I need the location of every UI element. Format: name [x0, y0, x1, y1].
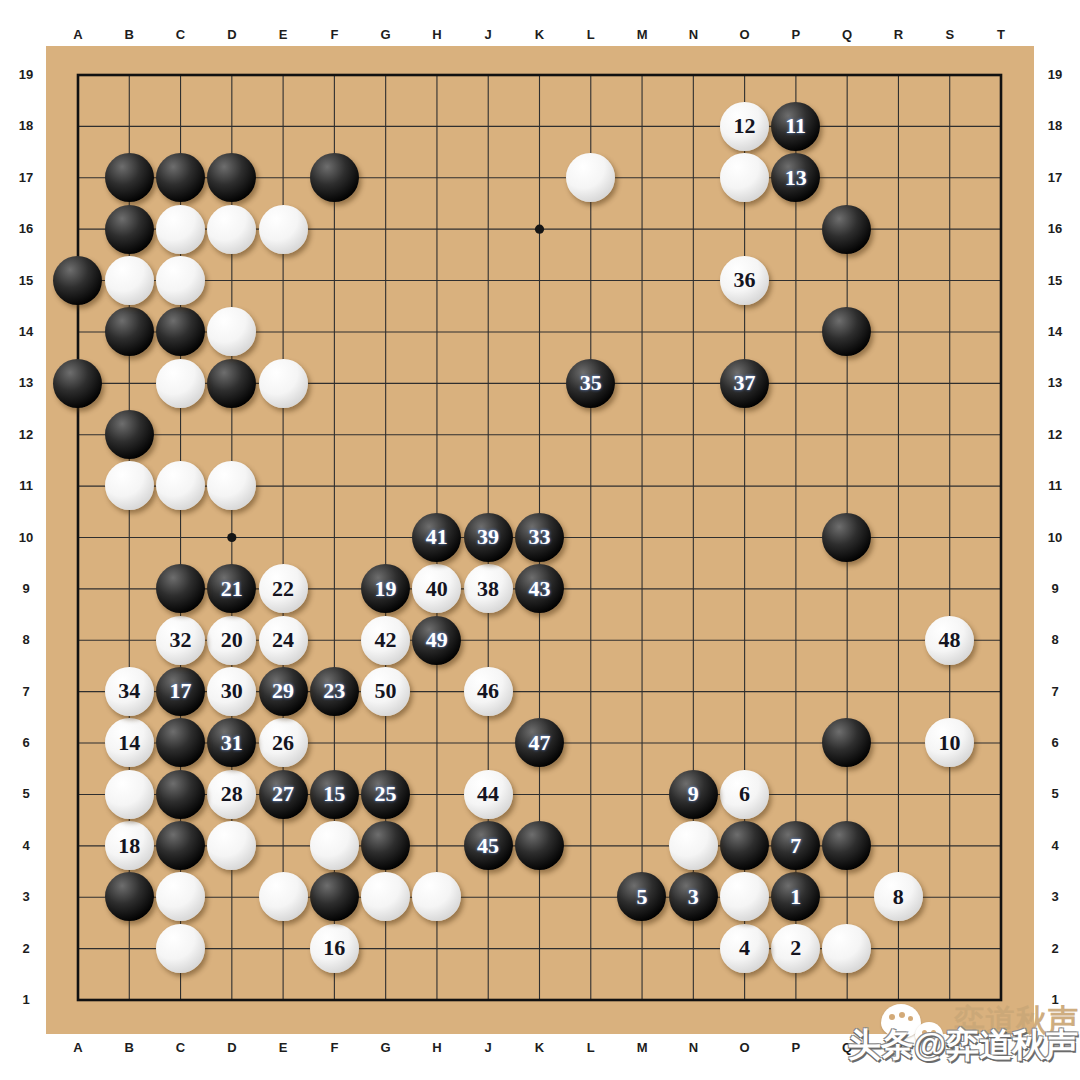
col-label-top-t: T	[991, 26, 1011, 44]
white-stone-j7[interactable]: 46	[464, 667, 513, 716]
col-label-bottom-m: M	[632, 1039, 652, 1057]
col-label-bottom-e: E	[273, 1039, 293, 1057]
black-stone-p3[interactable]: 1	[771, 872, 820, 921]
black-stone-k4[interactable]	[515, 821, 564, 870]
move-number: 23	[323, 680, 345, 702]
move-number: 28	[221, 783, 243, 805]
move-number: 41	[426, 526, 448, 548]
black-stone-p17[interactable]: 13	[771, 153, 820, 202]
move-number: 8	[893, 886, 904, 908]
move-number: 3	[688, 886, 699, 908]
move-number: 25	[375, 783, 397, 805]
white-stone-o5[interactable]: 6	[720, 770, 769, 819]
black-stone-c4[interactable]	[156, 821, 205, 870]
white-stone-e6[interactable]: 26	[259, 718, 308, 767]
col-label-bottom-s: S	[940, 1039, 960, 1057]
black-stone-e5[interactable]: 27	[259, 770, 308, 819]
white-stone-j5[interactable]: 44	[464, 770, 513, 819]
move-number: 31	[221, 732, 243, 754]
white-stone-e9[interactable]: 22	[259, 564, 308, 613]
black-stone-k10[interactable]: 33	[515, 513, 564, 562]
col-label-top-l: L	[581, 26, 601, 44]
move-number: 44	[477, 783, 499, 805]
row-label-right-8: 8	[1042, 631, 1068, 649]
move-number: 36	[733, 269, 755, 291]
row-label-right-11: 11	[1042, 477, 1068, 495]
black-stone-b12[interactable]	[105, 410, 154, 459]
white-stone-c2[interactable]	[156, 924, 205, 973]
white-stone-e13[interactable]	[259, 359, 308, 408]
col-label-top-r: R	[888, 26, 908, 44]
col-label-top-q: Q	[837, 26, 857, 44]
black-stone-k9[interactable]: 43	[515, 564, 564, 613]
white-stone-j9[interactable]: 38	[464, 564, 513, 613]
move-number: 50	[375, 680, 397, 702]
white-stone-h9[interactable]: 40	[412, 564, 461, 613]
white-stone-n4[interactable]	[669, 821, 718, 870]
white-stone-d14[interactable]	[207, 307, 256, 356]
col-label-top-m: M	[632, 26, 652, 44]
black-stone-q4[interactable]	[822, 821, 871, 870]
black-stone-g5[interactable]: 25	[361, 770, 410, 819]
row-label-right-6: 6	[1042, 734, 1068, 752]
move-number: 47	[528, 732, 550, 754]
white-stone-d8[interactable]: 20	[207, 616, 256, 665]
row-label-left-12: 12	[13, 426, 39, 444]
black-stone-c17[interactable]	[156, 153, 205, 202]
col-label-bottom-o: O	[735, 1039, 755, 1057]
white-stone-o18[interactable]: 12	[720, 102, 769, 151]
white-stone-o2[interactable]: 4	[720, 924, 769, 973]
row-label-left-16: 16	[13, 220, 39, 238]
row-label-right-5: 5	[1042, 785, 1068, 803]
black-stone-c9[interactable]	[156, 564, 205, 613]
row-label-left-15: 15	[13, 272, 39, 290]
black-stone-n3[interactable]: 3	[669, 872, 718, 921]
col-label-bottom-j: J	[478, 1039, 498, 1057]
white-stone-o15[interactable]: 36	[720, 256, 769, 305]
move-number: 6	[739, 783, 750, 805]
col-label-bottom-l: L	[581, 1039, 601, 1057]
col-label-bottom-k: K	[530, 1039, 550, 1057]
move-number: 5	[636, 886, 647, 908]
move-number: 32	[170, 629, 192, 651]
white-stone-g7[interactable]: 50	[361, 667, 410, 716]
move-number: 9	[688, 783, 699, 805]
move-number: 10	[939, 732, 961, 754]
move-number: 46	[477, 680, 499, 702]
white-stone-c11[interactable]	[156, 461, 205, 510]
black-stone-o4[interactable]	[720, 821, 769, 870]
go-board[interactable]: 1234567891011121314151617181920212223242…	[46, 46, 1034, 1034]
row-label-left-19: 19	[13, 66, 39, 84]
black-stone-b3[interactable]	[105, 872, 154, 921]
row-label-left-6: 6	[13, 734, 39, 752]
black-stone-g4[interactable]	[361, 821, 410, 870]
move-number: 17	[170, 680, 192, 702]
col-label-top-c: C	[171, 26, 191, 44]
row-label-right-17: 17	[1042, 169, 1068, 187]
white-stone-e3[interactable]	[259, 872, 308, 921]
col-label-bottom-q: Q	[837, 1039, 857, 1057]
white-stone-g8[interactable]: 42	[361, 616, 410, 665]
row-label-right-18: 18	[1042, 117, 1068, 135]
black-stone-f3[interactable]	[310, 872, 359, 921]
col-label-top-k: K	[530, 26, 550, 44]
white-stone-c16[interactable]	[156, 205, 205, 254]
move-number: 42	[375, 629, 397, 651]
row-label-left-7: 7	[13, 683, 39, 701]
move-number: 48	[939, 629, 961, 651]
move-number: 35	[580, 372, 602, 394]
move-number: 18	[118, 835, 140, 857]
white-stone-s6[interactable]: 10	[925, 718, 974, 767]
move-number: 49	[426, 629, 448, 651]
black-stone-f5[interactable]: 15	[310, 770, 359, 819]
col-label-bottom-a: A	[68, 1039, 88, 1057]
move-number: 27	[272, 783, 294, 805]
move-number: 2	[790, 937, 801, 959]
col-label-top-b: B	[119, 26, 139, 44]
row-label-left-11: 11	[13, 477, 39, 495]
white-stone-c13[interactable]	[156, 359, 205, 408]
white-stone-p2[interactable]: 2	[771, 924, 820, 973]
move-number: 13	[785, 167, 807, 189]
black-stone-a15[interactable]	[53, 256, 102, 305]
col-label-top-a: A	[68, 26, 88, 44]
black-stone-f17[interactable]	[310, 153, 359, 202]
white-stone-g3[interactable]	[361, 872, 410, 921]
row-label-right-15: 15	[1042, 272, 1068, 290]
black-stone-a13[interactable]	[53, 359, 102, 408]
col-label-top-d: D	[222, 26, 242, 44]
white-stone-d5[interactable]: 28	[207, 770, 256, 819]
col-label-top-g: G	[376, 26, 396, 44]
move-number: 37	[733, 372, 755, 394]
move-number: 12	[733, 115, 755, 137]
row-label-left-3: 3	[13, 888, 39, 906]
col-label-bottom-f: F	[324, 1039, 344, 1057]
move-number: 19	[375, 578, 397, 600]
black-stone-b14[interactable]	[105, 307, 154, 356]
white-stone-b15[interactable]	[105, 256, 154, 305]
move-number: 34	[118, 680, 140, 702]
move-number: 22	[272, 578, 294, 600]
black-stone-d17[interactable]	[207, 153, 256, 202]
row-label-right-9: 9	[1042, 580, 1068, 598]
black-stone-c5[interactable]	[156, 770, 205, 819]
row-label-right-16: 16	[1042, 220, 1068, 238]
move-number: 38	[477, 578, 499, 600]
black-stone-e7[interactable]: 29	[259, 667, 308, 716]
black-stone-c14[interactable]	[156, 307, 205, 356]
col-label-bottom-d: D	[222, 1039, 242, 1057]
go-diagram-page: 1234567891011121314151617181920212223242…	[0, 0, 1080, 1080]
white-stone-c15[interactable]	[156, 256, 205, 305]
row-label-right-2: 2	[1042, 940, 1068, 958]
col-label-bottom-h: H	[427, 1039, 447, 1057]
move-number: 14	[118, 732, 140, 754]
black-stone-d13[interactable]	[207, 359, 256, 408]
white-stone-o17[interactable]	[720, 153, 769, 202]
move-number: 24	[272, 629, 294, 651]
col-label-bottom-g: G	[376, 1039, 396, 1057]
col-label-bottom-t: T	[991, 1039, 1011, 1057]
col-label-top-j: J	[478, 26, 498, 44]
white-stone-b6[interactable]: 14	[105, 718, 154, 767]
black-stone-c7[interactable]: 17	[156, 667, 205, 716]
move-number: 11	[785, 115, 806, 137]
row-label-left-17: 17	[13, 169, 39, 187]
black-stone-l13[interactable]: 35	[566, 359, 615, 408]
col-label-bottom-b: B	[119, 1039, 139, 1057]
stones-grid[interactable]: 1234567891011121314151617181920212223242…	[52, 49, 1026, 1025]
row-label-left-10: 10	[13, 529, 39, 547]
white-stone-b5[interactable]	[105, 770, 154, 819]
col-label-bottom-c: C	[171, 1039, 191, 1057]
row-label-left-9: 9	[13, 580, 39, 598]
row-label-left-4: 4	[13, 837, 39, 855]
col-label-top-p: P	[786, 26, 806, 44]
row-label-right-12: 12	[1042, 426, 1068, 444]
move-number: 29	[272, 680, 294, 702]
col-label-top-s: S	[940, 26, 960, 44]
white-stone-l17[interactable]	[566, 153, 615, 202]
black-stone-d9[interactable]: 21	[207, 564, 256, 613]
row-label-left-8: 8	[13, 631, 39, 649]
col-label-top-f: F	[324, 26, 344, 44]
white-stone-h3[interactable]	[412, 872, 461, 921]
white-stone-c8[interactable]: 32	[156, 616, 205, 665]
black-stone-q6[interactable]	[822, 718, 871, 767]
move-number: 15	[323, 783, 345, 805]
row-label-right-1: 1	[1042, 991, 1068, 1009]
white-stone-d16[interactable]	[207, 205, 256, 254]
white-stone-d11[interactable]	[207, 461, 256, 510]
black-stone-q16[interactable]	[822, 205, 871, 254]
move-number: 40	[426, 578, 448, 600]
row-label-left-5: 5	[13, 785, 39, 803]
white-stone-f4[interactable]	[310, 821, 359, 870]
white-stone-r3[interactable]: 8	[874, 872, 923, 921]
white-stone-d7[interactable]: 30	[207, 667, 256, 716]
row-label-right-14: 14	[1042, 323, 1068, 341]
black-stone-q14[interactable]	[822, 307, 871, 356]
black-stone-h10[interactable]: 41	[412, 513, 461, 562]
row-label-right-7: 7	[1042, 683, 1068, 701]
black-stone-j10[interactable]: 39	[464, 513, 513, 562]
col-label-top-n: N	[683, 26, 703, 44]
black-stone-n5[interactable]: 9	[669, 770, 718, 819]
black-stone-f7[interactable]: 23	[310, 667, 359, 716]
black-stone-c6[interactable]	[156, 718, 205, 767]
move-number: 20	[221, 629, 243, 651]
white-stone-b11[interactable]	[105, 461, 154, 510]
white-stone-q2[interactable]	[822, 924, 871, 973]
move-number: 30	[221, 680, 243, 702]
row-label-right-19: 19	[1042, 66, 1068, 84]
col-label-bottom-n: N	[683, 1039, 703, 1057]
black-stone-h8[interactable]: 49	[412, 616, 461, 665]
black-stone-p4[interactable]: 7	[771, 821, 820, 870]
col-label-top-o: O	[735, 26, 755, 44]
row-label-left-18: 18	[13, 117, 39, 135]
move-number: 16	[323, 937, 345, 959]
white-stone-o3[interactable]	[720, 872, 769, 921]
move-number: 33	[528, 526, 550, 548]
row-label-left-13: 13	[13, 374, 39, 392]
black-stone-j4[interactable]: 45	[464, 821, 513, 870]
move-number: 1	[790, 886, 801, 908]
white-stone-c3[interactable]	[156, 872, 205, 921]
row-label-right-4: 4	[1042, 837, 1068, 855]
white-stone-f2[interactable]: 16	[310, 924, 359, 973]
move-number: 21	[221, 578, 243, 600]
white-stone-b7[interactable]: 34	[105, 667, 154, 716]
move-number: 7	[790, 835, 801, 857]
black-stone-m3[interactable]: 5	[617, 872, 666, 921]
black-stone-d6[interactable]: 31	[207, 718, 256, 767]
move-number: 45	[477, 835, 499, 857]
col-label-bottom-p: P	[786, 1039, 806, 1057]
black-stone-b17[interactable]	[105, 153, 154, 202]
row-label-right-10: 10	[1042, 529, 1068, 547]
black-stone-k6[interactable]: 47	[515, 718, 564, 767]
move-number: 39	[477, 526, 499, 548]
move-number: 43	[528, 578, 550, 600]
move-number: 26	[272, 732, 294, 754]
col-label-top-e: E	[273, 26, 293, 44]
white-stone-e8[interactable]: 24	[259, 616, 308, 665]
black-stone-q10[interactable]	[822, 513, 871, 562]
black-stone-o13[interactable]: 37	[720, 359, 769, 408]
col-label-bottom-r: R	[888, 1039, 908, 1057]
row-label-left-1: 1	[13, 991, 39, 1009]
row-label-right-13: 13	[1042, 374, 1068, 392]
move-number: 4	[739, 937, 750, 959]
white-stone-d4[interactable]	[207, 821, 256, 870]
black-stone-b16[interactable]	[105, 205, 154, 254]
row-label-right-3: 3	[1042, 888, 1068, 906]
white-stone-e16[interactable]	[259, 205, 308, 254]
black-stone-p18[interactable]: 11	[771, 102, 820, 151]
black-stone-g9[interactable]: 19	[361, 564, 410, 613]
col-label-top-h: H	[427, 26, 447, 44]
row-label-left-14: 14	[13, 323, 39, 341]
white-stone-s8[interactable]: 48	[925, 616, 974, 665]
white-stone-b4[interactable]: 18	[105, 821, 154, 870]
row-label-left-2: 2	[13, 940, 39, 958]
